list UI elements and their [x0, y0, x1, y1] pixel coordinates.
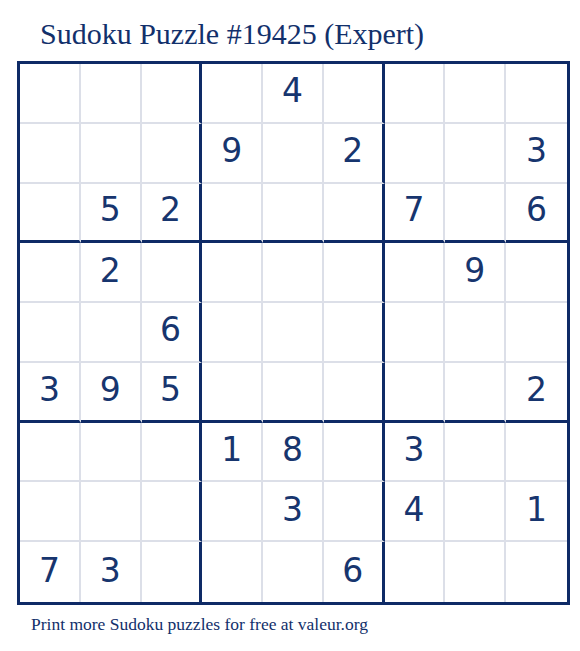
cell-r5c2[interactable]	[81, 303, 142, 363]
cell-r3c1[interactable]	[20, 184, 81, 244]
cell-r7c8[interactable]	[445, 423, 506, 483]
cell-r6c9[interactable]: 2	[506, 363, 567, 423]
cell-r9c4[interactable]	[202, 542, 263, 602]
cell-r3c7[interactable]: 7	[385, 184, 446, 244]
cell-r1c7[interactable]	[385, 64, 446, 124]
cell-r7c4[interactable]: 1	[202, 423, 263, 483]
cell-r7c7[interactable]: 3	[385, 423, 446, 483]
cell-r7c9[interactable]	[506, 423, 567, 483]
cell-r3c5[interactable]	[263, 184, 324, 244]
cell-r9c7[interactable]	[385, 542, 446, 602]
cell-r4c2[interactable]: 2	[81, 243, 142, 303]
cell-r8c8[interactable]	[445, 482, 506, 542]
cell-r4c8[interactable]: 9	[445, 243, 506, 303]
cell-r5c1[interactable]	[20, 303, 81, 363]
cell-r5c4[interactable]	[202, 303, 263, 363]
cell-r2c9[interactable]: 3	[506, 124, 567, 184]
cell-r4c6[interactable]	[324, 243, 385, 303]
cell-r6c7[interactable]	[385, 363, 446, 423]
cell-r1c5[interactable]: 4	[263, 64, 324, 124]
cell-r5c7[interactable]	[385, 303, 446, 363]
cell-r7c1[interactable]	[20, 423, 81, 483]
cell-r4c9[interactable]	[506, 243, 567, 303]
cell-r5c6[interactable]	[324, 303, 385, 363]
cell-r2c8[interactable]	[445, 124, 506, 184]
cell-r1c3[interactable]	[142, 64, 203, 124]
cell-r9c2[interactable]: 3	[81, 542, 142, 602]
cell-r8c9[interactable]: 1	[506, 482, 567, 542]
cell-r8c4[interactable]	[202, 482, 263, 542]
cell-r7c2[interactable]	[81, 423, 142, 483]
cell-r8c2[interactable]	[81, 482, 142, 542]
cell-r9c5[interactable]	[263, 542, 324, 602]
cell-r9c6[interactable]: 6	[324, 542, 385, 602]
footer-text: Print more Sudoku puzzles for free at va…	[31, 613, 368, 635]
sudoku-page: Sudoku Puzzle #19425 (Expert) 4923527629…	[0, 0, 580, 651]
cell-r8c3[interactable]	[142, 482, 203, 542]
cell-r4c5[interactable]	[263, 243, 324, 303]
cell-r2c3[interactable]	[142, 124, 203, 184]
cell-r5c3[interactable]: 6	[142, 303, 203, 363]
cell-r3c8[interactable]	[445, 184, 506, 244]
cell-r1c9[interactable]	[506, 64, 567, 124]
cell-r3c4[interactable]	[202, 184, 263, 244]
cell-r4c4[interactable]	[202, 243, 263, 303]
cell-r1c1[interactable]	[20, 64, 81, 124]
cell-r6c6[interactable]	[324, 363, 385, 423]
cell-r6c1[interactable]: 3	[20, 363, 81, 423]
cell-r9c9[interactable]	[506, 542, 567, 602]
cell-r3c9[interactable]: 6	[506, 184, 567, 244]
cell-r1c4[interactable]	[202, 64, 263, 124]
cell-r1c8[interactable]	[445, 64, 506, 124]
cell-r2c2[interactable]	[81, 124, 142, 184]
cell-r8c7[interactable]: 4	[385, 482, 446, 542]
cell-r3c3[interactable]: 2	[142, 184, 203, 244]
cell-r8c6[interactable]	[324, 482, 385, 542]
cell-r6c8[interactable]	[445, 363, 506, 423]
cell-r5c5[interactable]	[263, 303, 324, 363]
cell-r2c4[interactable]: 9	[202, 124, 263, 184]
cell-r2c5[interactable]	[263, 124, 324, 184]
cell-r2c6[interactable]: 2	[324, 124, 385, 184]
cell-r5c9[interactable]	[506, 303, 567, 363]
cell-r4c3[interactable]	[142, 243, 203, 303]
cell-r9c3[interactable]	[142, 542, 203, 602]
cell-r2c1[interactable]	[20, 124, 81, 184]
sudoku-board: 492352762963952183341736	[17, 61, 570, 605]
cell-r8c5[interactable]: 3	[263, 482, 324, 542]
cell-r6c5[interactable]	[263, 363, 324, 423]
cell-r4c7[interactable]	[385, 243, 446, 303]
cell-r6c2[interactable]: 9	[81, 363, 142, 423]
cell-r9c8[interactable]	[445, 542, 506, 602]
page-title: Sudoku Puzzle #19425 (Expert)	[40, 15, 424, 53]
cell-r1c2[interactable]	[81, 64, 142, 124]
cell-r1c6[interactable]	[324, 64, 385, 124]
cell-r5c8[interactable]	[445, 303, 506, 363]
cell-r3c6[interactable]	[324, 184, 385, 244]
cell-r2c7[interactable]	[385, 124, 446, 184]
cell-r9c1[interactable]: 7	[20, 542, 81, 602]
cell-r4c1[interactable]	[20, 243, 81, 303]
cell-r3c2[interactable]: 5	[81, 184, 142, 244]
cell-r7c3[interactable]	[142, 423, 203, 483]
cell-r8c1[interactable]	[20, 482, 81, 542]
cell-r6c3[interactable]: 5	[142, 363, 203, 423]
cell-r7c5[interactable]: 8	[263, 423, 324, 483]
cell-r6c4[interactable]	[202, 363, 263, 423]
cell-r7c6[interactable]	[324, 423, 385, 483]
